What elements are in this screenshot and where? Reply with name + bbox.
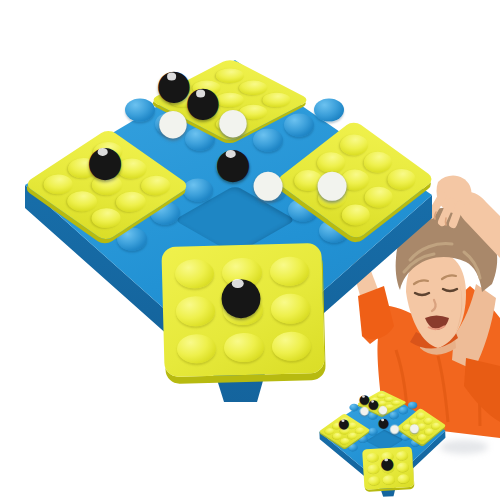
- mini-game-board[interactable]: ●●●●●●●●●: [313, 382, 457, 500]
- black-marble-front-center[interactable]: ●: [380, 455, 394, 471]
- white-marble-nw-arm[interactable]: ●: [157, 104, 188, 140]
- marble-layer: ●●●●●●●●●: [10, 40, 460, 420]
- black-marble-front-center[interactable]: ●: [219, 269, 264, 320]
- mini-game-board-contents[interactable]: ●●●●●●●●●: [313, 382, 457, 500]
- black-marble-west-n[interactable]: ●: [338, 417, 350, 430]
- white-marble-north-corner[interactable]: ●: [217, 103, 248, 139]
- black-marble-west-n[interactable]: ●: [87, 140, 124, 182]
- product-photo-canvas: { "game": "pop-bubble surround chess (tw…: [0, 0, 500, 500]
- white-marble-east-w[interactable]: ●: [409, 422, 420, 434]
- black-marble-center[interactable]: ●: [215, 142, 252, 184]
- white-marble-north-corner[interactable]: ●: [378, 404, 388, 415]
- black-marble-center[interactable]: ●: [378, 416, 390, 429]
- white-marble-east-w[interactable]: ●: [315, 164, 348, 202]
- game-board[interactable]: ●●●●●●●●●: [10, 40, 460, 420]
- marble-layer: ●●●●●●●●●: [313, 382, 457, 500]
- white-marble-se-arm[interactable]: ●: [251, 164, 284, 202]
- white-marble-se-arm[interactable]: ●: [389, 422, 400, 434]
- white-marble-nw-arm[interactable]: ●: [359, 405, 369, 416]
- black-marble-north-edge-mid[interactable]: ●: [185, 81, 221, 122]
